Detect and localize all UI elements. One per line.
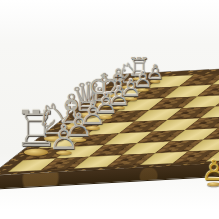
- chess-set-product-photo: ♖♘♗♕♔♗♘♖♙♙♙♙♙♙♙♙♙: [0, 0, 219, 219]
- gold-pawn-offboard-right[interactable]: ♙: [201, 157, 219, 185]
- silver-pawn-h2[interactable]: ♙: [146, 62, 164, 82]
